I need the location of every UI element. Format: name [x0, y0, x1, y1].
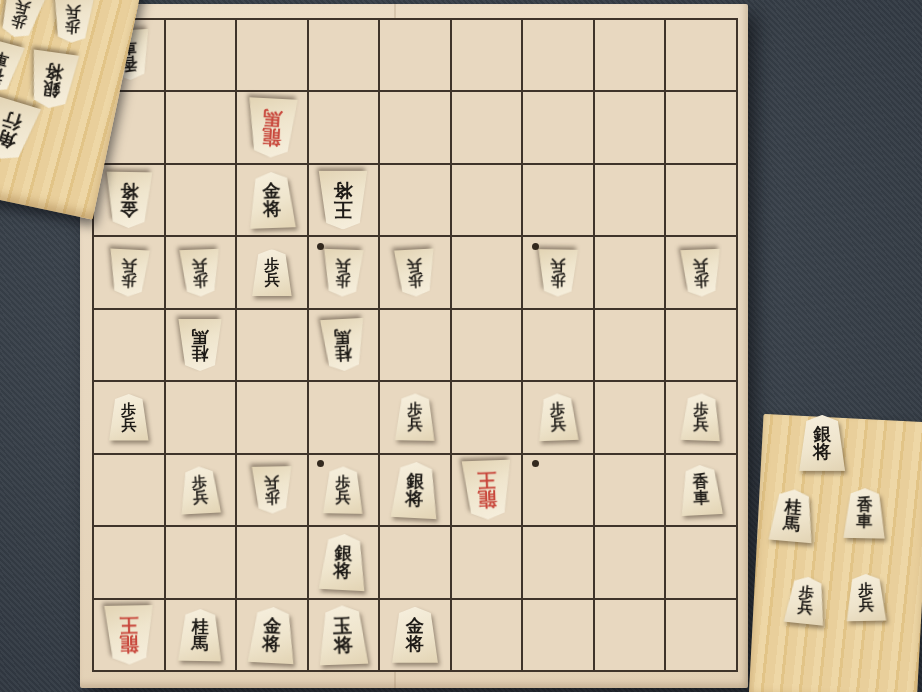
piece-face: 歩兵 [250, 249, 294, 296]
piece-face: 銀将 [797, 415, 848, 471]
piece-kanji-char: 馬 [262, 109, 282, 129]
piece-face: 歩兵 [536, 249, 581, 297]
piece-sente-silver-5g[interactable]: 銀将 [388, 461, 442, 520]
piece-face: 歩兵 [678, 248, 724, 297]
piece-kanji-char: 兵 [336, 490, 351, 505]
board-cell-4a[interactable] [452, 20, 522, 90]
piece-face: 桂馬 [176, 608, 225, 661]
board-cell-1a[interactable] [666, 20, 736, 90]
piece-gote-pawn-3d[interactable]: 歩兵 [536, 249, 581, 297]
piece-face: 歩兵 [107, 394, 151, 441]
piece-face: 銀将 [23, 49, 81, 112]
piece-sente-gold-5i[interactable]: 金将 [389, 607, 440, 663]
piece-sente-pawn-in-hand[interactable]: 歩兵 [782, 575, 831, 626]
board-cell-1b[interactable] [666, 92, 736, 162]
piece-gote-king-6c[interactable]: 王将 [316, 171, 370, 230]
board-cell-6i[interactable]: 玉将 [309, 600, 379, 670]
board-cell-8g[interactable]: 歩兵 [166, 455, 236, 525]
star-point [532, 460, 539, 467]
piece-kanji-char: 兵 [797, 599, 813, 615]
board-cell-7b[interactable]: 龍馬 [237, 92, 307, 162]
piece-face: 歩兵 [844, 574, 889, 622]
board-cell-8h[interactable] [166, 527, 236, 597]
piece-face: 歩兵 [321, 466, 366, 514]
piece-kanji-char: 龍 [261, 127, 281, 147]
board-cell-4h[interactable] [452, 527, 522, 597]
board-cell-4f[interactable] [452, 382, 522, 452]
board-cell-1g[interactable]: 香車 [666, 455, 736, 525]
piece-face: 歩兵 [678, 393, 724, 442]
piece-sente-silver-in-hand[interactable]: 銀将 [797, 415, 848, 471]
piece-gote-pawn-in-hand[interactable]: 歩兵 [0, 0, 48, 43]
piece-face: 王将 [316, 171, 370, 230]
piece-face: 歩兵 [321, 248, 367, 297]
board-cell-2a[interactable] [595, 20, 665, 90]
board-cell-3f[interactable]: 歩兵 [523, 382, 593, 452]
piece-kanji-char: 兵 [121, 417, 136, 432]
piece-kanji-char: 将 [120, 182, 138, 200]
board-cell-9f[interactable]: 歩兵 [94, 382, 164, 452]
piece-face: 龍王 [459, 459, 515, 520]
piece-gote-promoted-bishop-7b[interactable]: 龍馬 [243, 97, 300, 159]
board-cell-8f[interactable] [166, 382, 236, 452]
piece-gote-pawn-9d[interactable]: 歩兵 [106, 248, 152, 297]
piece-kanji-char: 兵 [407, 417, 422, 432]
piece-sente-pawn-in-hand[interactable]: 歩兵 [844, 574, 889, 622]
piece-gote-pawn-in-hand[interactable]: 歩兵 [49, 0, 96, 44]
piece-gote-pawn-6d[interactable]: 歩兵 [321, 248, 367, 297]
board-cell-3b[interactable] [523, 92, 593, 162]
piece-kanji-char: 兵 [264, 273, 279, 288]
board-cell-4g[interactable]: 龍王 [452, 455, 522, 525]
board-cell-1d[interactable]: 歩兵 [666, 237, 736, 307]
piece-sente-pawn-1f[interactable]: 歩兵 [678, 393, 724, 442]
piece-face: 銀将 [388, 461, 442, 520]
board-cell-2d[interactable] [595, 237, 665, 307]
piece-kanji-char: 馬 [192, 635, 209, 652]
piece-gote-pawn-5d[interactable]: 歩兵 [392, 248, 438, 297]
piece-gote-promoted-rook-4g[interactable]: 龍王 [459, 459, 515, 520]
board-cell-7f[interactable] [237, 382, 307, 452]
piece-kanji-char: 兵 [192, 258, 208, 273]
board-grid: 香車龍馬金将金将王将歩兵歩兵歩兵歩兵歩兵歩兵歩兵桂馬桂馬歩兵歩兵歩兵歩兵歩兵歩兵… [92, 18, 738, 672]
board-cell-8e[interactable]: 桂馬 [166, 310, 236, 380]
piece-kanji-char: 玉 [333, 616, 353, 635]
piece-sente-pawn-9f[interactable]: 歩兵 [107, 394, 151, 441]
piece-kanji-char: 兵 [193, 489, 209, 504]
board-cell-4c[interactable] [452, 165, 522, 235]
board-cell-2f[interactable] [595, 382, 665, 452]
piece-kanji-char: 馬 [334, 328, 352, 346]
piece-kanji-char: 王 [476, 471, 496, 490]
piece-kanji-char: 兵 [264, 475, 279, 490]
piece-kanji-char: 行 [0, 110, 24, 133]
piece-kanji-char: 王 [119, 616, 138, 635]
piece-kanji-char: 歩 [264, 490, 279, 505]
piece-sente-king-6i[interactable]: 玉将 [315, 604, 371, 665]
piece-kanji-char: 兵 [13, 0, 31, 16]
piece-sente-lance-in-hand[interactable]: 香車 [841, 488, 888, 539]
piece-kanji-char: 兵 [65, 4, 81, 20]
piece-face: 金将 [245, 605, 299, 664]
board-cell-5f[interactable]: 歩兵 [380, 382, 450, 452]
board-cell-7d[interactable]: 歩兵 [237, 237, 307, 307]
board-cell-1i[interactable] [666, 600, 736, 670]
piece-face: 香車 [677, 464, 726, 516]
piece-gote-pawn-1d[interactable]: 歩兵 [678, 248, 724, 297]
piece-kanji-char: 王 [334, 200, 353, 219]
piece-face: 歩兵 [106, 248, 152, 297]
board-cell-6h[interactable]: 銀将 [309, 527, 379, 597]
sente-captured-piece-stand: 銀将桂馬香車歩兵歩兵 [749, 414, 922, 692]
piece-kanji-char: 将 [262, 634, 281, 653]
piece-sente-silver-6h[interactable]: 銀将 [317, 533, 371, 592]
board-cell-5c[interactable] [380, 165, 450, 235]
piece-sente-pawn-3f[interactable]: 歩兵 [535, 393, 581, 442]
board-cell-9e[interactable] [94, 310, 164, 380]
board-cell-9c[interactable]: 金将 [94, 165, 164, 235]
piece-gote-gold-9c[interactable]: 金将 [103, 172, 155, 229]
piece-sente-gold-7c[interactable]: 金将 [245, 171, 298, 229]
piece-kanji-char: 将 [405, 489, 424, 508]
piece-kanji-char: 金 [119, 200, 137, 218]
board-cell-5d[interactable]: 歩兵 [380, 237, 450, 307]
piece-kanji-char: 将 [263, 200, 282, 218]
piece-face: 歩兵 [49, 0, 96, 44]
piece-face: 歩兵 [177, 465, 223, 514]
piece-gote-promoted-rook-9i[interactable]: 龍王 [101, 605, 156, 665]
piece-sente-knight-8i[interactable]: 桂馬 [176, 608, 225, 661]
board-cell-5i[interactable]: 金将 [380, 600, 450, 670]
piece-gote-knight-8e[interactable]: 桂馬 [176, 319, 224, 371]
piece-kanji-char: 将 [334, 634, 354, 653]
board-cell-8c[interactable] [166, 165, 236, 235]
board-cell-5b[interactable] [380, 92, 450, 162]
board-cell-3e[interactable] [523, 310, 593, 380]
table-surface: { "game": "shogi", "board_size": "9x9", … [0, 0, 922, 692]
board-cell-1c[interactable] [666, 165, 736, 235]
board-cell-7a[interactable] [237, 20, 307, 90]
piece-gote-pawn-8d[interactable]: 歩兵 [178, 248, 224, 297]
piece-sente-knight-in-hand[interactable]: 桂馬 [766, 487, 818, 543]
piece-kanji-char: 車 [693, 489, 710, 505]
piece-gote-pawn-7g[interactable]: 歩兵 [249, 466, 294, 514]
piece-kanji-char: 龍 [119, 635, 138, 654]
shogi-board: 香車龍馬金将金将王将歩兵歩兵歩兵歩兵歩兵歩兵歩兵桂馬桂馬歩兵歩兵歩兵歩兵歩兵歩兵… [80, 4, 748, 688]
piece-gote-knight-6e[interactable]: 桂馬 [318, 318, 369, 372]
piece-kanji-char: 桂 [192, 345, 209, 362]
board-cell-3a[interactable] [523, 20, 593, 90]
board-cell-5a[interactable] [380, 20, 450, 90]
piece-kanji-char: 兵 [121, 257, 137, 272]
piece-face: 龍王 [101, 605, 156, 665]
piece-kanji-char: 兵 [551, 258, 566, 273]
piece-sente-pawn-6g[interactable]: 歩兵 [321, 466, 366, 514]
board-cell-6a[interactable] [309, 20, 379, 90]
board-cell-2g[interactable] [595, 455, 665, 525]
board-cell-5g[interactable]: 銀将 [380, 455, 450, 525]
board-cell-4b[interactable] [452, 92, 522, 162]
board-cell-9g[interactable] [94, 455, 164, 525]
board-cell-7h[interactable] [237, 527, 307, 597]
board-cell-4e[interactable] [452, 310, 522, 380]
piece-face: 歩兵 [782, 575, 831, 626]
piece-sente-pawn-8g[interactable]: 歩兵 [177, 465, 223, 514]
board-cell-9h[interactable] [94, 527, 164, 597]
board-cell-6e[interactable]: 桂馬 [309, 310, 379, 380]
piece-face: 歩兵 [178, 248, 224, 297]
board-cell-9d[interactable]: 歩兵 [94, 237, 164, 307]
board-cell-8d[interactable]: 歩兵 [166, 237, 236, 307]
piece-kanji-char: 兵 [336, 258, 352, 273]
board-cell-2c[interactable] [595, 165, 665, 235]
piece-kanji-char: 車 [0, 50, 10, 69]
board-cell-7i[interactable]: 金将 [237, 600, 307, 670]
board-cell-6f[interactable] [309, 382, 379, 452]
board-cell-2h[interactable] [595, 527, 665, 597]
piece-kanji-char: 車 [856, 513, 872, 529]
piece-face: 金将 [389, 607, 440, 663]
piece-kanji-char: 将 [44, 62, 64, 82]
piece-face: 桂馬 [176, 319, 224, 371]
board-cell-3c[interactable] [523, 165, 593, 235]
piece-kanji-char: 歩 [550, 272, 565, 287]
board-cell-7g[interactable]: 歩兵 [237, 455, 307, 525]
piece-kanji-char: 兵 [693, 258, 709, 273]
piece-kanji-char: 龍 [477, 490, 497, 509]
board-cell-3h[interactable] [523, 527, 593, 597]
piece-kanji-char: 将 [813, 443, 831, 461]
board-cell-6b[interactable] [309, 92, 379, 162]
piece-sente-lance-1g[interactable]: 香車 [677, 464, 726, 516]
piece-kanji-char: 兵 [693, 417, 709, 432]
piece-kanji-char: 兵 [407, 257, 423, 272]
board-cell-7e[interactable] [237, 310, 307, 380]
board-cell-5h[interactable] [380, 527, 450, 597]
board-cell-6c[interactable]: 王将 [309, 165, 379, 235]
piece-face: 歩兵 [392, 248, 438, 297]
piece-sente-pawn-7d[interactable]: 歩兵 [250, 249, 294, 296]
piece-face: 歩兵 [0, 0, 48, 43]
board-cell-8b[interactable] [166, 92, 236, 162]
board-cell-7c[interactable]: 金将 [237, 165, 307, 235]
piece-kanji-char: 馬 [192, 328, 209, 345]
piece-face: 香車 [0, 37, 27, 97]
board-cell-2b[interactable] [595, 92, 665, 162]
board-cell-9i[interactable]: 龍王 [94, 600, 164, 670]
piece-kanji-char: 将 [334, 181, 353, 200]
piece-kanji-char: 兵 [551, 417, 567, 432]
piece-kanji-char: 馬 [782, 515, 800, 533]
piece-kanji-char: 将 [334, 562, 353, 581]
piece-face: 金将 [245, 171, 298, 229]
piece-face: 桂馬 [318, 318, 369, 372]
board-cell-3i[interactable] [523, 600, 593, 670]
board-cell-8a[interactable] [166, 20, 236, 90]
piece-sente-gold-7i[interactable]: 金将 [245, 605, 299, 664]
board-cell-1f[interactable]: 歩兵 [666, 382, 736, 452]
board-cell-4d[interactable] [452, 237, 522, 307]
piece-face: 歩兵 [535, 393, 581, 442]
piece-kanji-char: 兵 [859, 597, 874, 612]
piece-face: 銀将 [317, 533, 371, 592]
piece-gote-lance-in-hand[interactable]: 香車 [0, 37, 27, 97]
piece-face: 香車 [841, 488, 888, 539]
board-cell-2i[interactable] [595, 600, 665, 670]
board-cell-5e[interactable] [380, 310, 450, 380]
piece-face: 玉将 [315, 604, 371, 665]
piece-face: 龍馬 [243, 97, 300, 159]
piece-gote-silver-in-hand[interactable]: 銀将 [23, 49, 81, 112]
board-cell-8i[interactable]: 桂馬 [166, 600, 236, 670]
piece-face: 桂馬 [766, 487, 818, 543]
board-cell-1e[interactable] [666, 310, 736, 380]
piece-face: 歩兵 [249, 466, 294, 514]
piece-kanji-char: 将 [406, 635, 424, 653]
board-cell-1h[interactable] [666, 527, 736, 597]
piece-face: 金将 [103, 172, 155, 229]
piece-sente-pawn-5f[interactable]: 歩兵 [393, 394, 438, 442]
piece-face: 歩兵 [393, 394, 438, 442]
board-cell-4i[interactable] [452, 600, 522, 670]
board-cell-2e[interactable] [595, 310, 665, 380]
